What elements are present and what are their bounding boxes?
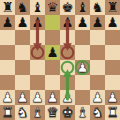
white-pawn-g2[interactable]: ♟ (91, 90, 103, 105)
white-knight-b1[interactable]: ♞ (16, 105, 28, 120)
square-d1[interactable]: ♛ (45, 105, 60, 120)
black-queen-d8[interactable]: ♛ (46, 0, 58, 15)
square-c1[interactable]: ♝ (30, 105, 45, 120)
black-pawn-g7[interactable]: ♟ (91, 15, 103, 30)
square-h7[interactable]: ♟ (105, 15, 120, 30)
black-king-e8[interactable]: ♚ (61, 0, 73, 15)
square-h3[interactable] (105, 75, 120, 90)
square-f2[interactable] (75, 90, 90, 105)
black-pawn-b7[interactable]: ♟ (16, 15, 28, 30)
square-a6[interactable] (0, 30, 15, 45)
square-c8[interactable]: ♝ (30, 0, 45, 15)
black-pawn-a7[interactable]: ♟ (1, 15, 13, 30)
square-f3[interactable] (75, 75, 90, 90)
square-a5[interactable] (0, 45, 15, 60)
square-c6[interactable] (30, 30, 45, 45)
square-f8[interactable]: ♝ (75, 0, 90, 15)
square-d8[interactable]: ♛ (45, 0, 60, 15)
square-h6[interactable] (105, 30, 120, 45)
black-bishop-f8[interactable]: ♝ (76, 0, 88, 15)
black-bishop-c8[interactable]: ♝ (31, 0, 43, 15)
white-knight-g1[interactable]: ♞ (91, 105, 103, 120)
white-pawn-e2[interactable]: ♟ (61, 90, 73, 105)
square-f4[interactable]: ♟ (75, 60, 90, 75)
square-c2[interactable]: ♟ (30, 90, 45, 105)
square-e6[interactable] (60, 30, 75, 45)
square-a3[interactable] (0, 75, 15, 90)
chess-board: ♜♞♝♛♚♝♞♜♟♟♟♟♟♟♟♟♟♟♟♟♟♟♟♟♜♞♝♛♚♝♞♜ (0, 0, 120, 120)
square-f7[interactable]: ♟ (75, 15, 90, 30)
square-b7[interactable]: ♟ (15, 15, 30, 30)
white-pawn-c2[interactable]: ♟ (31, 90, 43, 105)
square-h1[interactable]: ♜ (105, 105, 120, 120)
square-b4[interactable] (15, 60, 30, 75)
black-pawn-e7[interactable]: ♟ (61, 15, 73, 30)
square-d2[interactable]: ♟ (45, 90, 60, 105)
square-b3[interactable] (15, 75, 30, 90)
square-a8[interactable]: ♜ (0, 0, 15, 15)
white-queen-d1[interactable]: ♛ (46, 105, 58, 120)
square-g5[interactable] (90, 45, 105, 60)
black-knight-b8[interactable]: ♞ (16, 0, 28, 15)
square-c4[interactable] (30, 60, 45, 75)
square-h5[interactable] (105, 45, 120, 60)
square-g1[interactable]: ♞ (90, 105, 105, 120)
black-rook-a8[interactable]: ♜ (1, 0, 13, 15)
white-king-e1[interactable]: ♚ (61, 105, 73, 120)
square-b2[interactable]: ♟ (15, 90, 30, 105)
white-bishop-c1[interactable]: ♝ (31, 105, 43, 120)
square-a1[interactable]: ♜ (0, 105, 15, 120)
white-pawn-f4[interactable]: ♟ (76, 60, 88, 75)
black-pawn-c7[interactable]: ♟ (31, 15, 43, 30)
square-d7[interactable] (45, 15, 60, 30)
square-g3[interactable] (90, 75, 105, 90)
square-c7[interactable]: ♟ (30, 15, 45, 30)
square-e1[interactable]: ♚ (60, 105, 75, 120)
square-f6[interactable] (75, 30, 90, 45)
black-knight-g8[interactable]: ♞ (91, 0, 103, 15)
square-e7[interactable]: ♟ (60, 15, 75, 30)
square-f1[interactable]: ♝ (75, 105, 90, 120)
square-d3[interactable] (45, 75, 60, 90)
square-e3[interactable] (60, 75, 75, 90)
black-pawn-f7[interactable]: ♟ (76, 15, 88, 30)
square-e4[interactable] (60, 60, 75, 75)
square-b6[interactable] (15, 30, 30, 45)
square-g6[interactable] (90, 30, 105, 45)
white-pawn-h2[interactable]: ♟ (106, 90, 118, 105)
square-g4[interactable] (90, 60, 105, 75)
square-c5[interactable] (30, 45, 45, 60)
square-h8[interactable]: ♜ (105, 0, 120, 15)
square-g2[interactable]: ♟ (90, 90, 105, 105)
square-a7[interactable]: ♟ (0, 15, 15, 30)
white-pawn-b2[interactable]: ♟ (16, 90, 28, 105)
square-h4[interactable] (105, 60, 120, 75)
square-d6[interactable] (45, 30, 60, 45)
square-a2[interactable]: ♟ (0, 90, 15, 105)
square-g7[interactable]: ♟ (90, 15, 105, 30)
white-pawn-a2[interactable]: ♟ (1, 90, 13, 105)
square-d4[interactable] (45, 60, 60, 75)
white-pawn-d2[interactable]: ♟ (46, 90, 58, 105)
square-c3[interactable] (30, 75, 45, 90)
square-b1[interactable]: ♞ (15, 105, 30, 120)
square-g8[interactable]: ♞ (90, 0, 105, 15)
square-e2[interactable]: ♟ (60, 90, 75, 105)
black-pawn-d5[interactable]: ♟ (46, 45, 58, 60)
white-bishop-f1[interactable]: ♝ (76, 105, 88, 120)
black-pawn-h7[interactable]: ♟ (106, 15, 118, 30)
square-b8[interactable]: ♞ (15, 0, 30, 15)
white-rook-h1[interactable]: ♜ (106, 105, 118, 120)
square-a4[interactable] (0, 60, 15, 75)
white-rook-a1[interactable]: ♜ (1, 105, 13, 120)
square-b5[interactable] (15, 45, 30, 60)
black-rook-h8[interactable]: ♜ (106, 0, 118, 15)
square-f5[interactable] (75, 45, 90, 60)
square-e8[interactable]: ♚ (60, 0, 75, 15)
square-d5[interactable]: ♟ (45, 45, 60, 60)
square-e5[interactable] (60, 45, 75, 60)
square-h2[interactable]: ♟ (105, 90, 120, 105)
